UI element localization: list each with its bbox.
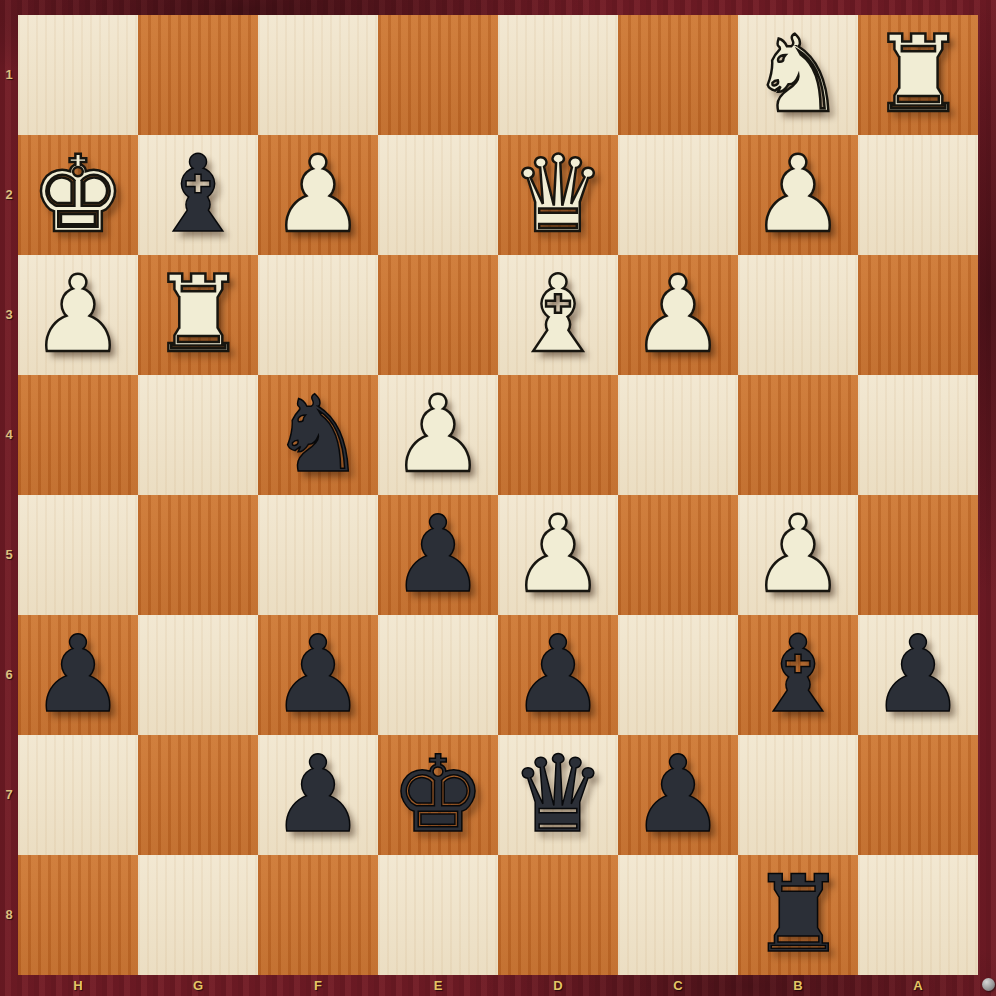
square-a1[interactable]: ♜ [858, 15, 978, 135]
chessboard: ♞♜♚♝♟♛♟♟♜♝♟♞♟♟♟♟♟♟♟♝♟♟♚♛♟♜ [18, 15, 978, 975]
white-knight[interactable]: ♞ [750, 15, 845, 135]
black-rook[interactable]: ♜ [750, 855, 845, 975]
square-d1[interactable] [498, 15, 618, 135]
square-c7[interactable]: ♟ [618, 735, 738, 855]
rank-label-1: 1 [0, 67, 18, 83]
rank-label-5: 5 [0, 547, 18, 563]
square-d4[interactable] [498, 375, 618, 495]
white-pawn[interactable]: ♟ [270, 135, 365, 255]
file-label-a: A [858, 977, 978, 995]
square-c2[interactable] [618, 135, 738, 255]
square-c3[interactable]: ♟ [618, 255, 738, 375]
square-g8[interactable] [138, 855, 258, 975]
black-knight[interactable]: ♞ [270, 375, 365, 495]
file-label-g: G [138, 977, 258, 995]
black-pawn[interactable]: ♟ [390, 495, 485, 615]
white-bishop[interactable]: ♝ [510, 255, 605, 375]
chessboard-frame: ♞♜♚♝♟♛♟♟♜♝♟♞♟♟♟♟♟♟♟♝♟♟♚♛♟♜ 12345678 HGFE… [0, 0, 996, 996]
square-d7[interactable]: ♛ [498, 735, 618, 855]
corner-dot [982, 978, 995, 991]
file-label-e: E [378, 977, 498, 995]
white-king[interactable]: ♚ [30, 135, 125, 255]
square-h3[interactable]: ♟ [18, 255, 138, 375]
square-f5[interactable] [258, 495, 378, 615]
square-g7[interactable] [138, 735, 258, 855]
black-king[interactable]: ♚ [390, 735, 485, 855]
square-d2[interactable]: ♛ [498, 135, 618, 255]
black-pawn[interactable]: ♟ [870, 615, 965, 735]
square-d5[interactable]: ♟ [498, 495, 618, 615]
rank-label-2: 2 [0, 187, 18, 203]
black-pawn[interactable]: ♟ [630, 735, 725, 855]
square-h6[interactable]: ♟ [18, 615, 138, 735]
square-c6[interactable] [618, 615, 738, 735]
white-pawn[interactable]: ♟ [630, 255, 725, 375]
square-e6[interactable] [378, 615, 498, 735]
square-g1[interactable] [138, 15, 258, 135]
square-h5[interactable] [18, 495, 138, 615]
square-f2[interactable]: ♟ [258, 135, 378, 255]
square-h8[interactable] [18, 855, 138, 975]
square-e1[interactable] [378, 15, 498, 135]
rank-label-8: 8 [0, 907, 18, 923]
square-g2[interactable]: ♝ [138, 135, 258, 255]
white-pawn[interactable]: ♟ [750, 495, 845, 615]
square-a2[interactable] [858, 135, 978, 255]
square-d3[interactable]: ♝ [498, 255, 618, 375]
square-b1[interactable]: ♞ [738, 15, 858, 135]
square-h4[interactable] [18, 375, 138, 495]
black-pawn[interactable]: ♟ [30, 615, 125, 735]
square-c5[interactable] [618, 495, 738, 615]
black-pawn[interactable]: ♟ [270, 735, 365, 855]
white-pawn[interactable]: ♟ [30, 255, 125, 375]
square-c4[interactable] [618, 375, 738, 495]
square-e4[interactable]: ♟ [378, 375, 498, 495]
square-b2[interactable]: ♟ [738, 135, 858, 255]
square-g3[interactable]: ♜ [138, 255, 258, 375]
square-g4[interactable] [138, 375, 258, 495]
white-pawn[interactable]: ♟ [390, 375, 485, 495]
rank-label-4: 4 [0, 427, 18, 443]
file-label-d: D [498, 977, 618, 995]
square-c8[interactable] [618, 855, 738, 975]
square-a8[interactable] [858, 855, 978, 975]
square-e8[interactable] [378, 855, 498, 975]
square-b5[interactable]: ♟ [738, 495, 858, 615]
square-b6[interactable]: ♝ [738, 615, 858, 735]
square-a6[interactable]: ♟ [858, 615, 978, 735]
square-a4[interactable] [858, 375, 978, 495]
square-f8[interactable] [258, 855, 378, 975]
square-h1[interactable] [18, 15, 138, 135]
square-d8[interactable] [498, 855, 618, 975]
square-d6[interactable]: ♟ [498, 615, 618, 735]
white-pawn[interactable]: ♟ [510, 495, 605, 615]
black-queen[interactable]: ♛ [510, 735, 605, 855]
rank-label-7: 7 [0, 787, 18, 803]
file-label-b: B [738, 977, 858, 995]
square-e7[interactable]: ♚ [378, 735, 498, 855]
square-e3[interactable] [378, 255, 498, 375]
square-c1[interactable] [618, 15, 738, 135]
black-bishop[interactable]: ♝ [750, 615, 845, 735]
square-g6[interactable] [138, 615, 258, 735]
file-label-h: H [18, 977, 138, 995]
square-h2[interactable]: ♚ [18, 135, 138, 255]
square-a5[interactable] [858, 495, 978, 615]
square-b7[interactable] [738, 735, 858, 855]
square-g5[interactable] [138, 495, 258, 615]
square-f6[interactable]: ♟ [258, 615, 378, 735]
square-b4[interactable] [738, 375, 858, 495]
square-a3[interactable] [858, 255, 978, 375]
file-label-c: C [618, 977, 738, 995]
rank-label-3: 3 [0, 307, 18, 323]
white-rook[interactable]: ♜ [870, 15, 965, 135]
square-e5[interactable]: ♟ [378, 495, 498, 615]
square-a7[interactable] [858, 735, 978, 855]
black-pawn[interactable]: ♟ [510, 615, 605, 735]
white-queen[interactable]: ♛ [510, 135, 605, 255]
black-bishop[interactable]: ♝ [150, 135, 245, 255]
square-b3[interactable] [738, 255, 858, 375]
square-e2[interactable] [378, 135, 498, 255]
white-rook[interactable]: ♜ [150, 255, 245, 375]
square-h7[interactable] [18, 735, 138, 855]
file-label-f: F [258, 977, 378, 995]
square-b8[interactable]: ♜ [738, 855, 858, 975]
square-f1[interactable] [258, 15, 378, 135]
black-pawn[interactable]: ♟ [270, 615, 365, 735]
square-f3[interactable] [258, 255, 378, 375]
rank-label-6: 6 [0, 667, 18, 683]
square-f4[interactable]: ♞ [258, 375, 378, 495]
square-f7[interactable]: ♟ [258, 735, 378, 855]
white-pawn[interactable]: ♟ [750, 135, 845, 255]
